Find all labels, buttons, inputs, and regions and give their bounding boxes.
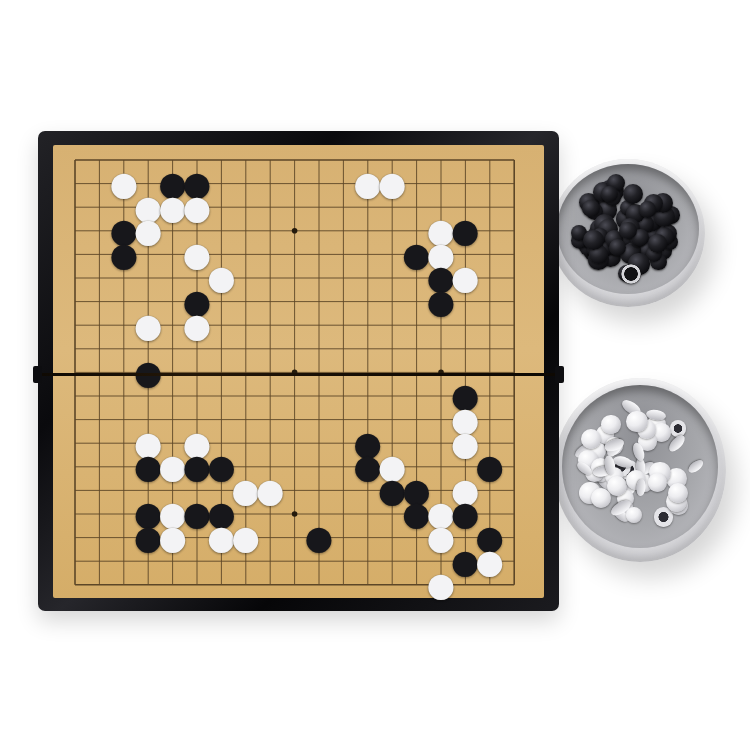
board-cell[interactable] — [282, 526, 306, 550]
board-cell[interactable] — [209, 408, 233, 432]
board-cell[interactable] — [404, 290, 428, 314]
board-cell[interactable] — [87, 195, 111, 219]
board-cell[interactable]: ● — [429, 526, 453, 550]
board-cell[interactable] — [282, 172, 306, 196]
board-cell[interactable]: ● — [160, 455, 184, 479]
board-cell[interactable] — [307, 266, 331, 290]
board-cell[interactable] — [234, 195, 258, 219]
board-cell[interactable] — [209, 290, 233, 314]
board-cell[interactable] — [404, 337, 428, 361]
board-cell[interactable] — [63, 219, 87, 243]
board-cell[interactable] — [87, 243, 111, 267]
board-cell[interactable] — [404, 573, 428, 597]
board-cell[interactable] — [87, 408, 111, 432]
board-cell[interactable] — [404, 195, 428, 219]
black-bowl-interior — [557, 164, 699, 294]
board-cell[interactable] — [477, 195, 501, 219]
board-cell[interactable] — [355, 337, 379, 361]
board-cell[interactable] — [331, 172, 355, 196]
board-cell[interactable] — [112, 384, 136, 408]
board-cell[interactable] — [185, 384, 209, 408]
board-cell[interactable] — [453, 313, 477, 337]
board-cell[interactable] — [477, 408, 501, 432]
board-cell[interactable] — [307, 219, 331, 243]
board-cell[interactable] — [429, 313, 453, 337]
board-cell[interactable] — [282, 243, 306, 267]
board-cell[interactable]: ● — [258, 479, 282, 503]
board-cell[interactable] — [87, 313, 111, 337]
board-cell[interactable] — [380, 290, 404, 314]
board-cell[interactable] — [87, 172, 111, 196]
board-cell[interactable] — [502, 431, 526, 455]
board-cell[interactable] — [136, 243, 160, 267]
board-cell[interactable] — [477, 243, 501, 267]
board-cell[interactable] — [258, 266, 282, 290]
board-cell[interactable] — [404, 266, 428, 290]
board-cell[interactable]: ● — [429, 290, 453, 314]
board-cell[interactable] — [63, 384, 87, 408]
board-cell[interactable] — [63, 172, 87, 196]
board-cell[interactable] — [234, 172, 258, 196]
board-cell[interactable] — [282, 337, 306, 361]
white-stones-bowl — [554, 378, 726, 562]
board-surface: ●●●●●●●●●●●●●●●●●●●●●●●●●●●●●●●●●●●●●●●●… — [53, 145, 544, 598]
board-cell[interactable] — [63, 243, 87, 267]
board-cell[interactable] — [282, 384, 306, 408]
board-cell[interactable] — [380, 219, 404, 243]
board-cell[interactable]: ● — [453, 502, 477, 526]
board-cell[interactable]: ● — [112, 172, 136, 196]
board-cell[interactable]: ● — [234, 479, 258, 503]
board-cell[interactable] — [429, 455, 453, 479]
board-cell[interactable] — [502, 455, 526, 479]
board-cell[interactable] — [331, 431, 355, 455]
board-cell[interactable]: ● — [160, 195, 184, 219]
board-cell[interactable] — [209, 148, 233, 172]
board-cell[interactable]: ● — [185, 313, 209, 337]
board-cell[interactable] — [63, 148, 87, 172]
board-cell[interactable] — [160, 337, 184, 361]
board-cell[interactable] — [355, 266, 379, 290]
board-cell[interactable] — [234, 384, 258, 408]
board-cell[interactable] — [112, 526, 136, 550]
board-cell[interactable] — [453, 337, 477, 361]
board-cell[interactable] — [112, 455, 136, 479]
board-cell[interactable] — [258, 573, 282, 597]
board-cell[interactable] — [477, 384, 501, 408]
board-cell[interactable] — [307, 195, 331, 219]
board-cell[interactable] — [282, 219, 306, 243]
board-cell[interactable]: ● — [112, 243, 136, 267]
board-cell[interactable]: ● — [453, 431, 477, 455]
board-cell[interactable] — [63, 431, 87, 455]
board-cell[interactable] — [307, 408, 331, 432]
board-cell[interactable] — [282, 455, 306, 479]
board-cell[interactable] — [404, 431, 428, 455]
board-cell[interactable] — [112, 290, 136, 314]
board-cell[interactable] — [307, 172, 331, 196]
board-cell[interactable]: ● — [209, 455, 233, 479]
board-cell[interactable] — [112, 313, 136, 337]
board-cell[interactable] — [380, 408, 404, 432]
board-cell[interactable] — [209, 549, 233, 573]
board-cell[interactable] — [307, 455, 331, 479]
board-cell[interactable] — [502, 219, 526, 243]
board-cell[interactable]: ● — [453, 266, 477, 290]
board-cell[interactable] — [331, 266, 355, 290]
board-cell[interactable] — [258, 526, 282, 550]
board-cell[interactable] — [355, 313, 379, 337]
board-cell[interactable] — [331, 313, 355, 337]
board-cell[interactable] — [282, 290, 306, 314]
board-cell[interactable] — [380, 573, 404, 597]
board-cell[interactable] — [112, 479, 136, 503]
board-cell[interactable] — [258, 148, 282, 172]
board-cell[interactable] — [355, 219, 379, 243]
board-cell[interactable] — [136, 549, 160, 573]
board-cell[interactable]: ● — [477, 455, 501, 479]
board-cell[interactable] — [209, 219, 233, 243]
board-cell[interactable] — [209, 337, 233, 361]
loose-black-stone — [619, 222, 636, 239]
board-cell[interactable] — [112, 502, 136, 526]
board-cell[interactable] — [87, 502, 111, 526]
board-cell[interactable] — [477, 266, 501, 290]
board-cell[interactable] — [209, 172, 233, 196]
board-cell[interactable]: ● — [209, 526, 233, 550]
board-cell[interactable] — [63, 549, 87, 573]
board-cell[interactable] — [380, 384, 404, 408]
board-cell[interactable]: ● — [453, 219, 477, 243]
board-cell[interactable] — [404, 549, 428, 573]
board-cell[interactable] — [429, 148, 453, 172]
board-cell[interactable] — [404, 384, 428, 408]
board-cell[interactable] — [63, 573, 87, 597]
board-cell[interactable] — [160, 243, 184, 267]
board-cell[interactable]: ● — [404, 243, 428, 267]
board-cell[interactable] — [258, 502, 282, 526]
board-cell[interactable] — [331, 526, 355, 550]
board-cell[interactable] — [234, 290, 258, 314]
board-cell[interactable] — [234, 313, 258, 337]
board-cell[interactable]: ● — [136, 455, 160, 479]
board-cell[interactable] — [136, 384, 160, 408]
loose-white-stone — [626, 507, 642, 523]
board-cell[interactable] — [258, 549, 282, 573]
board-cell[interactable] — [160, 219, 184, 243]
board-cell[interactable]: ● — [380, 479, 404, 503]
board-cell[interactable] — [502, 313, 526, 337]
loose-white-stone — [648, 473, 667, 492]
board-cell[interactable] — [429, 408, 453, 432]
board-cell[interactable] — [234, 337, 258, 361]
board-cell[interactable] — [112, 408, 136, 432]
board-cell[interactable] — [307, 479, 331, 503]
board-cell[interactable] — [234, 243, 258, 267]
board-cell[interactable] — [477, 219, 501, 243]
board-cell[interactable] — [453, 573, 477, 597]
board-cell[interactable]: ● — [185, 195, 209, 219]
board-cell[interactable]: ● — [136, 313, 160, 337]
board-cell[interactable] — [63, 337, 87, 361]
board-cell[interactable] — [63, 479, 87, 503]
board-cell[interactable] — [380, 313, 404, 337]
board-cell[interactable] — [282, 408, 306, 432]
board-cell[interactable] — [160, 266, 184, 290]
board-cell[interactable]: ● — [185, 502, 209, 526]
board-cell[interactable] — [209, 195, 233, 219]
board-cell[interactable] — [502, 573, 526, 597]
board-cell[interactable] — [63, 408, 87, 432]
board-cell[interactable] — [63, 266, 87, 290]
board-cell[interactable] — [234, 408, 258, 432]
board-cell[interactable] — [429, 337, 453, 361]
board-cell[interactable] — [502, 384, 526, 408]
board-cell[interactable] — [307, 290, 331, 314]
loose-white-stone — [686, 458, 705, 476]
board-cell[interactable] — [502, 290, 526, 314]
board-cell[interactable] — [282, 573, 306, 597]
board-cell[interactable] — [404, 313, 428, 337]
loose-white-stone — [581, 429, 601, 449]
board-cell[interactable]: ● — [355, 455, 379, 479]
board-cell[interactable] — [258, 219, 282, 243]
board-cell[interactable] — [258, 290, 282, 314]
board-cell[interactable] — [502, 243, 526, 267]
board-cell[interactable] — [331, 455, 355, 479]
board-cell[interactable] — [185, 337, 209, 361]
board-cell[interactable] — [87, 455, 111, 479]
board-cell[interactable] — [234, 266, 258, 290]
board-cell[interactable] — [380, 337, 404, 361]
board-cell[interactable] — [160, 290, 184, 314]
board-cell[interactable] — [282, 549, 306, 573]
board-cell[interactable] — [234, 219, 258, 243]
board-cell[interactable] — [429, 172, 453, 196]
board-cell[interactable] — [185, 526, 209, 550]
board-cell[interactable] — [331, 219, 355, 243]
board-cell[interactable] — [282, 479, 306, 503]
board-cell[interactable] — [355, 526, 379, 550]
board-cell[interactable] — [502, 549, 526, 573]
board-cell[interactable] — [502, 266, 526, 290]
board-cell[interactable]: ● — [160, 526, 184, 550]
board-cell[interactable] — [477, 337, 501, 361]
board-cell[interactable] — [331, 408, 355, 432]
board-cell[interactable] — [380, 266, 404, 290]
loose-black-stone — [639, 201, 656, 218]
board-cell[interactable] — [87, 148, 111, 172]
board-cell[interactable] — [87, 384, 111, 408]
board-cell[interactable] — [136, 148, 160, 172]
board-cell[interactable]: ● — [477, 549, 501, 573]
board-cell[interactable] — [234, 431, 258, 455]
loose-black-stone — [648, 234, 667, 253]
board-cell[interactable] — [234, 573, 258, 597]
board-cell[interactable] — [258, 243, 282, 267]
board-cell[interactable] — [502, 526, 526, 550]
loose-white-stone — [601, 415, 620, 434]
board-cell[interactable]: ● — [234, 526, 258, 550]
board-cell[interactable] — [87, 266, 111, 290]
board-cell[interactable] — [63, 290, 87, 314]
board-cell[interactable] — [331, 243, 355, 267]
board-cell[interactable] — [258, 337, 282, 361]
board-cell[interactable] — [380, 502, 404, 526]
board-cell[interactable] — [112, 573, 136, 597]
board-cell[interactable] — [331, 290, 355, 314]
board-cell[interactable] — [477, 290, 501, 314]
board-cell[interactable] — [112, 431, 136, 455]
board-cell[interactable] — [160, 408, 184, 432]
board-cell[interactable] — [63, 313, 87, 337]
board-cell[interactable]: ● — [355, 172, 379, 196]
board-cell[interactable] — [87, 549, 111, 573]
loose-black-stone — [601, 186, 618, 203]
loose-white-stone — [636, 478, 646, 495]
white-stone: ● — [426, 568, 455, 601]
board-cell[interactable] — [380, 243, 404, 267]
board-cell[interactable] — [502, 148, 526, 172]
board-cell[interactable] — [355, 384, 379, 408]
board-cell[interactable]: ● — [380, 172, 404, 196]
board-cell[interactable] — [429, 431, 453, 455]
board-cell[interactable] — [258, 431, 282, 455]
go-board: ●●●●●●●●●●●●●●●●●●●●●●●●●●●●●●●●●●●●●●●●… — [38, 131, 559, 611]
board-cell[interactable] — [331, 479, 355, 503]
board-cell[interactable] — [63, 526, 87, 550]
board-cell[interactable] — [87, 290, 111, 314]
board-cell[interactable] — [502, 172, 526, 196]
board-cell[interactable]: ● — [136, 526, 160, 550]
board-cell[interactable] — [307, 384, 331, 408]
board-cell[interactable] — [355, 290, 379, 314]
board-cell[interactable]: ● — [185, 243, 209, 267]
board-cell[interactable] — [234, 549, 258, 573]
board-cell[interactable] — [331, 549, 355, 573]
board-cell[interactable] — [258, 172, 282, 196]
board-cell[interactable] — [185, 573, 209, 597]
board-cell[interactable] — [112, 337, 136, 361]
board-cell[interactable]: ● — [209, 266, 233, 290]
board-cell[interactable] — [502, 479, 526, 503]
board-cell[interactable] — [355, 479, 379, 503]
board-cell[interactable] — [404, 148, 428, 172]
board-cell[interactable] — [477, 479, 501, 503]
board-cell[interactable] — [502, 408, 526, 432]
board-cell[interactable] — [160, 384, 184, 408]
board-cell[interactable] — [160, 573, 184, 597]
board-cell[interactable] — [355, 243, 379, 267]
board-cell[interactable] — [331, 337, 355, 361]
board-cell[interactable] — [355, 573, 379, 597]
board-cell[interactable] — [282, 313, 306, 337]
board-cell[interactable] — [282, 148, 306, 172]
board-cell[interactable] — [282, 195, 306, 219]
board-cell[interactable]: ● — [429, 573, 453, 597]
board-cell[interactable] — [160, 549, 184, 573]
board-cell[interactable] — [87, 526, 111, 550]
board-cell[interactable]: ● — [136, 219, 160, 243]
board-cell[interactable] — [331, 502, 355, 526]
board-cell[interactable] — [282, 266, 306, 290]
board-cell[interactable] — [331, 195, 355, 219]
board-cell[interactable] — [502, 337, 526, 361]
board-cell[interactable] — [404, 172, 428, 196]
board-cell[interactable] — [282, 431, 306, 455]
board-cell[interactable] — [380, 195, 404, 219]
board-cell[interactable] — [331, 384, 355, 408]
board-cell[interactable]: ● — [404, 502, 428, 526]
board-cell[interactable] — [307, 243, 331, 267]
board-cell[interactable] — [209, 384, 233, 408]
board-cell[interactable] — [136, 266, 160, 290]
board-cell[interactable] — [380, 549, 404, 573]
board-cell[interactable] — [477, 313, 501, 337]
board-cell[interactable] — [453, 148, 477, 172]
board-cell[interactable] — [136, 573, 160, 597]
board-cell[interactable] — [307, 573, 331, 597]
board-cell[interactable] — [331, 148, 355, 172]
board-cell[interactable] — [87, 219, 111, 243]
board-cell[interactable] — [307, 431, 331, 455]
magnet-ring-stone — [621, 264, 641, 284]
board-cell[interactable] — [234, 148, 258, 172]
board-cell[interactable] — [429, 384, 453, 408]
board-cell[interactable] — [185, 549, 209, 573]
board-cell[interactable]: ● — [307, 526, 331, 550]
board-cell[interactable] — [355, 502, 379, 526]
board-cell[interactable] — [209, 573, 233, 597]
board-cell[interactable] — [112, 549, 136, 573]
board-cell[interactable] — [404, 408, 428, 432]
board-cell[interactable] — [63, 502, 87, 526]
board-cell[interactable] — [355, 195, 379, 219]
board-cell[interactable] — [63, 455, 87, 479]
board-cell[interactable] — [87, 431, 111, 455]
board-cell[interactable] — [282, 502, 306, 526]
board-cell[interactable] — [453, 290, 477, 314]
board-cell[interactable] — [307, 148, 331, 172]
board-cell[interactable] — [404, 526, 428, 550]
board-cell[interactable] — [258, 195, 282, 219]
board-cell[interactable] — [87, 337, 111, 361]
board-cell[interactable] — [307, 549, 331, 573]
board-cell[interactable] — [112, 266, 136, 290]
board-cell[interactable] — [453, 172, 477, 196]
board-cell[interactable] — [87, 573, 111, 597]
board-cell[interactable] — [380, 526, 404, 550]
board-cell[interactable] — [331, 573, 355, 597]
board-cell[interactable] — [258, 408, 282, 432]
board-cell[interactable] — [63, 195, 87, 219]
board-cell[interactable] — [307, 313, 331, 337]
board-cell[interactable] — [160, 313, 184, 337]
board-cell[interactable] — [209, 313, 233, 337]
board-cell[interactable] — [477, 172, 501, 196]
board-cell[interactable] — [477, 148, 501, 172]
board-cell[interactable] — [307, 337, 331, 361]
board-cell[interactable]: ● — [453, 549, 477, 573]
board-cell[interactable]: ● — [185, 455, 209, 479]
board-cell[interactable] — [502, 502, 526, 526]
board-cell[interactable] — [258, 384, 282, 408]
board-cell[interactable] — [355, 549, 379, 573]
board-cell[interactable] — [87, 479, 111, 503]
board-cell[interactable] — [477, 573, 501, 597]
board-cell[interactable] — [502, 195, 526, 219]
board-cell[interactable] — [258, 313, 282, 337]
